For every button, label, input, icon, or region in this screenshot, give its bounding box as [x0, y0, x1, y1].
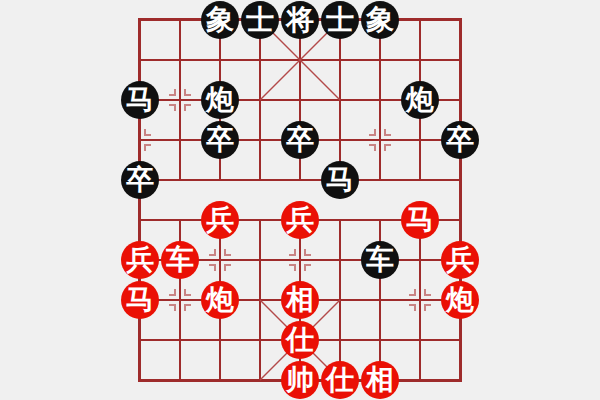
point-marker: [184, 289, 191, 296]
point-marker: [424, 304, 431, 311]
grid-line-vertical-bottom: [339, 219, 341, 381]
point-marker: [144, 129, 151, 136]
grid-line-vertical-top: [259, 19, 261, 181]
point-marker: [169, 304, 176, 311]
piece-black-soldier[interactable]: 卒: [281, 121, 319, 159]
point-marker: [289, 264, 296, 271]
piece-black-soldier[interactable]: 卒: [121, 161, 159, 199]
piece-red-soldier[interactable]: 兵: [281, 201, 319, 239]
point-marker: [304, 249, 311, 256]
piece-black-soldier[interactable]: 卒: [441, 121, 479, 159]
point-marker: [424, 289, 431, 296]
point-marker: [169, 289, 176, 296]
point-marker: [144, 144, 151, 151]
piece-black-general[interactable]: 将: [281, 1, 319, 39]
point-marker: [384, 129, 391, 136]
point-marker: [184, 304, 191, 311]
piece-red-horse[interactable]: 马: [121, 281, 159, 319]
grid-line-vertical-bottom: [419, 219, 421, 381]
point-marker: [184, 104, 191, 111]
piece-black-advisor[interactable]: 士: [241, 1, 279, 39]
point-marker: [409, 289, 416, 296]
point-marker: [384, 144, 391, 151]
piece-black-horse[interactable]: 马: [321, 161, 359, 199]
xiangqi-board[interactable]: 象士将士象马炮炮卒卒卒卒马车兵兵马兵车兵马炮相炮仕帅仕相: [0, 0, 600, 400]
point-marker: [169, 89, 176, 96]
piece-red-elephant[interactable]: 相: [361, 361, 399, 399]
piece-black-advisor[interactable]: 士: [321, 1, 359, 39]
piece-red-horse[interactable]: 马: [401, 201, 439, 239]
piece-black-soldier[interactable]: 卒: [201, 121, 239, 159]
point-marker: [224, 249, 231, 256]
point-marker: [209, 264, 216, 271]
point-marker: [304, 264, 311, 271]
piece-red-elephant[interactable]: 相: [281, 281, 319, 319]
piece-black-elephant[interactable]: 象: [201, 1, 239, 39]
piece-black-elephant[interactable]: 象: [361, 1, 399, 39]
point-marker: [209, 249, 216, 256]
piece-red-cannon[interactable]: 炮: [201, 281, 239, 319]
point-marker: [369, 129, 376, 136]
piece-red-advisor[interactable]: 仕: [281, 321, 319, 359]
piece-red-cannon[interactable]: 炮: [441, 281, 479, 319]
piece-red-general[interactable]: 帅: [281, 361, 319, 399]
screenshot-canvas: 象士将士象马炮炮卒卒卒卒马车兵兵马兵车兵马炮相炮仕帅仕相: [0, 0, 600, 400]
piece-red-soldier[interactable]: 兵: [121, 241, 159, 279]
piece-red-soldier[interactable]: 兵: [201, 201, 239, 239]
point-marker: [409, 304, 416, 311]
grid-line-vertical-top: [339, 19, 341, 181]
piece-black-cannon[interactable]: 炮: [201, 81, 239, 119]
point-marker: [289, 249, 296, 256]
point-marker: [224, 264, 231, 271]
piece-black-chariot[interactable]: 车: [361, 241, 399, 279]
point-marker: [184, 89, 191, 96]
piece-red-soldier[interactable]: 兵: [441, 241, 479, 279]
grid-line-vertical-top: [179, 19, 181, 181]
piece-red-chariot[interactable]: 车: [161, 241, 199, 279]
piece-black-cannon[interactable]: 炮: [401, 81, 439, 119]
piece-black-horse[interactable]: 马: [121, 81, 159, 119]
point-marker: [369, 144, 376, 151]
grid-line-vertical-top: [379, 19, 381, 181]
grid-line-vertical-bottom: [259, 219, 261, 381]
point-marker: [169, 104, 176, 111]
piece-red-advisor[interactable]: 仕: [321, 361, 359, 399]
